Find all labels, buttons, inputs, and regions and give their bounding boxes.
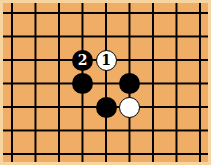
intersection: 1	[94, 48, 118, 72]
intersection	[118, 72, 142, 96]
black-stone	[119, 73, 140, 94]
black-stone	[96, 97, 117, 118]
move-number: 1	[101, 53, 111, 67]
go-board-diagram: 21	[0, 0, 211, 165]
intersection	[118, 95, 142, 119]
black-stone-move-2: 2	[72, 50, 93, 71]
intersection: 2	[71, 48, 95, 72]
intersection	[94, 95, 118, 119]
intersection	[71, 72, 95, 96]
white-stone-move-1: 1	[96, 50, 117, 71]
black-stone	[72, 73, 93, 94]
white-stone	[119, 97, 140, 118]
stone-grid: 21	[3, 3, 208, 162]
move-number: 2	[78, 53, 88, 67]
go-board-grid-area: 21	[3, 3, 208, 162]
